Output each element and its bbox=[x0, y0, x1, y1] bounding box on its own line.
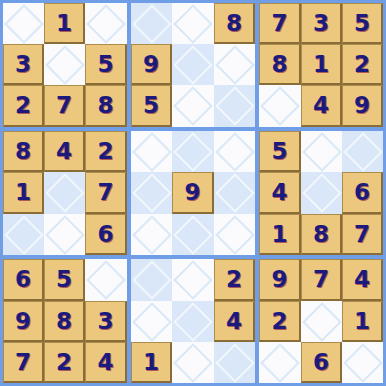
diamond-icon bbox=[215, 215, 255, 255]
diamond-icon bbox=[132, 302, 172, 342]
cell-r3c9: 9 bbox=[342, 85, 383, 127]
given-digit: 9 bbox=[271, 268, 287, 291]
given-digit: 6 bbox=[313, 351, 329, 374]
given-digit: 1 bbox=[271, 223, 287, 246]
cell-r5c9: 6 bbox=[342, 172, 383, 214]
given-digit: 4 bbox=[56, 140, 72, 163]
cell-r5c8[interactable] bbox=[301, 172, 342, 214]
given-digit: 5 bbox=[354, 12, 370, 35]
cell-r2c5[interactable] bbox=[172, 44, 214, 85]
given-digit: 5 bbox=[271, 140, 287, 163]
given-digit: 7 bbox=[15, 351, 31, 374]
cell-r5c2[interactable] bbox=[44, 172, 85, 214]
diamond-icon bbox=[132, 260, 172, 300]
given-digit: 1 bbox=[15, 181, 31, 204]
given-digit: 5 bbox=[56, 268, 72, 291]
diamond-icon bbox=[215, 343, 255, 383]
diamond-icon bbox=[343, 343, 383, 383]
cell-r3c7[interactable] bbox=[259, 85, 301, 127]
cell-r4c3: 2 bbox=[85, 131, 127, 172]
cell-r6c3: 6 bbox=[85, 214, 127, 255]
given-digit: 6 bbox=[354, 181, 370, 204]
diamond-icon bbox=[45, 173, 85, 213]
cell-r9c7[interactable] bbox=[259, 342, 301, 383]
cell-r1c6: 8 bbox=[214, 3, 255, 44]
given-digit: 1 bbox=[313, 53, 329, 76]
cell-r4c1: 8 bbox=[3, 131, 44, 172]
diamond-icon bbox=[132, 173, 172, 213]
diamond-icon bbox=[4, 4, 44, 44]
given-digit: 3 bbox=[97, 310, 113, 333]
diamond-icon bbox=[45, 215, 85, 255]
diamond-icon bbox=[173, 45, 213, 85]
diamond-icon bbox=[260, 86, 300, 126]
cell-r6c6[interactable] bbox=[214, 214, 255, 255]
cell-r9c8: 6 bbox=[301, 342, 342, 383]
cell-r6c9: 7 bbox=[342, 214, 383, 255]
given-digit: 1 bbox=[56, 12, 72, 35]
cell-r7c7: 9 bbox=[259, 259, 301, 301]
diamond-icon bbox=[215, 132, 255, 172]
cell-r5c7: 4 bbox=[259, 172, 301, 214]
cell-r3c2: 7 bbox=[44, 85, 85, 127]
given-digit: 2 bbox=[354, 53, 370, 76]
cell-r7c8: 7 bbox=[301, 259, 342, 301]
given-digit: 3 bbox=[313, 12, 329, 35]
given-digit: 2 bbox=[97, 140, 113, 163]
cell-r1c1[interactable] bbox=[3, 3, 44, 44]
cell-r4c6[interactable] bbox=[214, 131, 255, 172]
cell-r9c2: 2 bbox=[44, 342, 85, 383]
cell-r5c1: 1 bbox=[3, 172, 44, 214]
diamond-icon bbox=[173, 86, 213, 126]
cell-r3c5[interactable] bbox=[172, 85, 214, 127]
diamond-icon bbox=[173, 215, 213, 255]
cell-r6c7: 1 bbox=[259, 214, 301, 255]
diamond-icon bbox=[215, 86, 255, 126]
given-digit: 5 bbox=[97, 53, 113, 76]
given-digit: 9 bbox=[143, 53, 159, 76]
diamond-icon bbox=[173, 302, 213, 342]
diamond-icon bbox=[173, 132, 213, 172]
cell-r2c7: 8 bbox=[259, 44, 301, 85]
cell-r6c4[interactable] bbox=[131, 214, 172, 255]
cell-r6c2[interactable] bbox=[44, 214, 85, 255]
cell-r7c2: 5 bbox=[44, 259, 85, 301]
cell-r1c3[interactable] bbox=[85, 3, 127, 44]
cell-r6c8: 8 bbox=[301, 214, 342, 255]
cell-r8c8[interactable] bbox=[301, 301, 342, 342]
given-digit: 7 bbox=[97, 181, 113, 204]
cell-r7c6: 2 bbox=[214, 259, 255, 301]
cell-r8c6: 4 bbox=[214, 301, 255, 342]
cell-r4c5[interactable] bbox=[172, 131, 214, 172]
diamond-icon bbox=[260, 343, 300, 383]
cell-r9c4: 1 bbox=[131, 342, 172, 383]
diamond-icon bbox=[302, 173, 342, 213]
cell-r5c3: 7 bbox=[85, 172, 127, 214]
cell-r7c3[interactable] bbox=[85, 259, 127, 301]
diamond-icon bbox=[302, 132, 342, 172]
cell-r5c4[interactable] bbox=[131, 172, 172, 214]
cell-r4c7: 5 bbox=[259, 131, 301, 172]
cell-r2c3: 5 bbox=[85, 44, 127, 85]
given-digit: 9 bbox=[184, 181, 200, 204]
cell-r7c5[interactable] bbox=[172, 259, 214, 301]
cell-r8c1: 9 bbox=[3, 301, 44, 342]
given-digit: 3 bbox=[15, 53, 31, 76]
given-digit: 8 bbox=[97, 94, 113, 117]
cell-r1c4[interactable] bbox=[131, 3, 172, 44]
given-digit: 9 bbox=[354, 94, 370, 117]
cell-r1c9: 5 bbox=[342, 3, 383, 44]
cell-r3c1: 2 bbox=[3, 85, 44, 127]
cell-r8c3: 3 bbox=[85, 301, 127, 342]
cell-r4c4[interactable] bbox=[131, 131, 172, 172]
given-digit: 2 bbox=[15, 94, 31, 117]
diamond-icon bbox=[302, 302, 342, 342]
given-digit: 2 bbox=[271, 310, 287, 333]
cell-r3c4: 5 bbox=[131, 85, 172, 127]
cell-r3c3: 8 bbox=[85, 85, 127, 127]
cell-r7c1: 6 bbox=[3, 259, 44, 301]
cell-r9c5[interactable] bbox=[172, 342, 214, 383]
cell-r2c4: 9 bbox=[131, 44, 172, 85]
cell-r9c3: 4 bbox=[85, 342, 127, 383]
cell-r5c6[interactable] bbox=[214, 172, 255, 214]
cell-r4c9[interactable] bbox=[342, 131, 383, 172]
cell-r6c1[interactable] bbox=[3, 214, 44, 255]
given-digit: 8 bbox=[56, 310, 72, 333]
diamond-icon bbox=[4, 215, 44, 255]
given-digit: 4 bbox=[97, 351, 113, 374]
cell-r2c2[interactable] bbox=[44, 44, 85, 85]
cell-r2c8: 1 bbox=[301, 44, 342, 85]
cell-r6c5[interactable] bbox=[172, 214, 214, 255]
given-digit: 8 bbox=[15, 140, 31, 163]
given-digit: 9 bbox=[15, 310, 31, 333]
diamond-icon bbox=[173, 343, 213, 383]
given-digit: 6 bbox=[97, 223, 113, 246]
diamond-icon bbox=[173, 260, 213, 300]
cell-r2c1: 3 bbox=[3, 44, 44, 85]
cell-r1c8: 3 bbox=[301, 3, 342, 44]
sudoku-board: 1873535981227854984251794661876529749834… bbox=[0, 0, 386, 386]
diamond-icon bbox=[45, 45, 85, 85]
cell-r8c7: 2 bbox=[259, 301, 301, 342]
cell-r1c5[interactable] bbox=[172, 3, 214, 44]
cell-r5c5: 9 bbox=[172, 172, 214, 214]
given-digit: 7 bbox=[354, 223, 370, 246]
cell-r1c7: 7 bbox=[259, 3, 301, 44]
cell-r8c2: 8 bbox=[44, 301, 85, 342]
cell-r9c1: 7 bbox=[3, 342, 44, 383]
given-digit: 6 bbox=[15, 268, 31, 291]
diamond-icon bbox=[86, 260, 126, 300]
given-digit: 5 bbox=[143, 94, 159, 117]
cell-r2c9: 2 bbox=[342, 44, 383, 85]
cell-r2c6[interactable] bbox=[214, 44, 255, 85]
cell-r3c8: 4 bbox=[301, 85, 342, 127]
given-digit: 1 bbox=[143, 351, 159, 374]
diamond-icon bbox=[215, 45, 255, 85]
cell-r7c4[interactable] bbox=[131, 259, 172, 301]
cell-r8c9: 1 bbox=[342, 301, 383, 342]
given-digit: 7 bbox=[56, 94, 72, 117]
given-digit: 7 bbox=[313, 268, 329, 291]
cell-r1c2: 1 bbox=[44, 3, 85, 44]
cell-r7c9: 4 bbox=[342, 259, 383, 301]
given-digit: 8 bbox=[313, 223, 329, 246]
diamond-icon bbox=[132, 215, 172, 255]
diamond-icon bbox=[215, 173, 255, 213]
diamond-icon bbox=[132, 132, 172, 172]
given-digit: 8 bbox=[271, 53, 287, 76]
given-digit: 1 bbox=[354, 310, 370, 333]
diamond-icon bbox=[132, 4, 172, 44]
cell-r4c2: 4 bbox=[44, 131, 85, 172]
given-digit: 4 bbox=[354, 268, 370, 291]
cell-r9c9[interactable] bbox=[342, 342, 383, 383]
cell-r8c5[interactable] bbox=[172, 301, 214, 342]
given-digit: 4 bbox=[313, 94, 329, 117]
cell-r8c4[interactable] bbox=[131, 301, 172, 342]
given-digit: 7 bbox=[271, 12, 287, 35]
given-digit: 8 bbox=[226, 12, 242, 35]
cell-r9c6[interactable] bbox=[214, 342, 255, 383]
diamond-icon bbox=[343, 132, 383, 172]
given-digit: 2 bbox=[56, 351, 72, 374]
cell-r4c8[interactable] bbox=[301, 131, 342, 172]
given-digit: 2 bbox=[226, 268, 242, 291]
diamond-icon bbox=[86, 4, 126, 44]
cell-r3c6[interactable] bbox=[214, 85, 255, 127]
given-digit: 4 bbox=[226, 310, 242, 333]
given-digit: 4 bbox=[271, 181, 287, 204]
diamond-icon bbox=[173, 4, 213, 44]
